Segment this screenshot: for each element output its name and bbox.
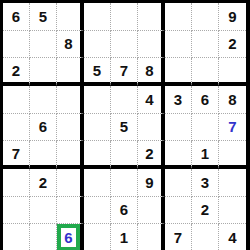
sudoku-cell-r9c1[interactable]: [3, 224, 30, 250]
sudoku-cell-r8c6[interactable]: [138, 197, 165, 225]
sudoku-cell-r7c4[interactable]: [84, 169, 111, 197]
sudoku-cell-r8c9[interactable]: [219, 197, 246, 225]
sudoku-cell-r8c2[interactable]: [30, 197, 57, 225]
sudoku-cell-r6c4[interactable]: [84, 141, 111, 169]
sudoku-cell-r2c5[interactable]: [111, 31, 138, 59]
sudoku-cell-r3c8[interactable]: [192, 58, 219, 86]
sudoku-cell-r5c1[interactable]: [3, 114, 30, 142]
sudoku-cell-r9c2[interactable]: [30, 224, 57, 250]
sudoku-cell-r6c8[interactable]: 1: [192, 141, 219, 169]
sudoku-cell-r4c3[interactable]: [57, 86, 84, 114]
sudoku-cell-r2c2[interactable]: [30, 31, 57, 59]
sudoku-cell-r5c5[interactable]: 5: [111, 114, 138, 142]
sudoku-cell-r3c2[interactable]: [30, 58, 57, 86]
sudoku-cell-r9c3[interactable]: 6: [57, 224, 84, 250]
sudoku-cell-r8c1[interactable]: [3, 197, 30, 225]
sudoku-cell-r7c1[interactable]: [3, 169, 30, 197]
sudoku-cell-r2c4[interactable]: [84, 31, 111, 59]
sudoku-board: 6598225784368657721293626174: [0, 0, 250, 250]
sudoku-cell-r2c7[interactable]: [165, 31, 192, 59]
sudoku-cell-r7c3[interactable]: [57, 169, 84, 197]
sudoku-cell-r1c1[interactable]: 6: [3, 3, 30, 31]
sudoku-cell-r1c9[interactable]: 9: [219, 3, 246, 31]
sudoku-cell-r1c2[interactable]: 5: [30, 3, 57, 31]
sudoku-cell-r2c3[interactable]: 8: [57, 31, 84, 59]
sudoku-cell-r2c8[interactable]: [192, 31, 219, 59]
sudoku-cell-r9c6[interactable]: [138, 224, 165, 250]
sudoku-cell-r6c2[interactable]: [30, 141, 57, 169]
sudoku-cell-r9c5[interactable]: 1: [111, 224, 138, 250]
sudoku-cell-r8c4[interactable]: [84, 197, 111, 225]
sudoku-cell-r4c8[interactable]: 6: [192, 86, 219, 114]
sudoku-cell-r1c6[interactable]: [138, 3, 165, 31]
sudoku-cell-r7c9[interactable]: [219, 169, 246, 197]
sudoku-cell-r3c3[interactable]: [57, 58, 84, 86]
sudoku-cell-r4c2[interactable]: [30, 86, 57, 114]
sudoku-cell-r9c8[interactable]: [192, 224, 219, 250]
sudoku-cell-r3c9[interactable]: [219, 58, 246, 86]
sudoku-cell-r2c9[interactable]: 2: [219, 31, 246, 59]
sudoku-cell-r4c4[interactable]: [84, 86, 111, 114]
sudoku-cell-r5c4[interactable]: [84, 114, 111, 142]
sudoku-cell-r1c5[interactable]: [111, 3, 138, 31]
sudoku-cell-r7c2[interactable]: 2: [30, 169, 57, 197]
sudoku-cell-r2c6[interactable]: [138, 31, 165, 59]
sudoku-cell-r3c5[interactable]: 7: [111, 58, 138, 86]
sudoku-cell-r3c6[interactable]: 8: [138, 58, 165, 86]
sudoku-cell-r6c3[interactable]: [57, 141, 84, 169]
sudoku-cell-r1c3[interactable]: [57, 3, 84, 31]
sudoku-cell-r9c9[interactable]: 4: [219, 224, 246, 250]
sudoku-cell-r4c5[interactable]: [111, 86, 138, 114]
sudoku-cell-r8c5[interactable]: 6: [111, 197, 138, 225]
sudoku-cell-r5c7[interactable]: [165, 114, 192, 142]
sudoku-cell-r6c7[interactable]: [165, 141, 192, 169]
sudoku-cell-r6c5[interactable]: [111, 141, 138, 169]
sudoku-cell-r9c4[interactable]: [84, 224, 111, 250]
sudoku-cell-r3c1[interactable]: 2: [3, 58, 30, 86]
sudoku-cell-r5c8[interactable]: [192, 114, 219, 142]
sudoku-cell-r4c9[interactable]: 8: [219, 86, 246, 114]
sudoku-cell-r3c4[interactable]: 5: [84, 58, 111, 86]
sudoku-cell-r6c9[interactable]: [219, 141, 246, 169]
sudoku-cell-r4c6[interactable]: 4: [138, 86, 165, 114]
sudoku-cell-r7c8[interactable]: 3: [192, 169, 219, 197]
sudoku-cell-r6c6[interactable]: 2: [138, 141, 165, 169]
sudoku-cell-r1c4[interactable]: [84, 3, 111, 31]
sudoku-cell-r2c1[interactable]: [3, 31, 30, 59]
sudoku-cell-r4c7[interactable]: 3: [165, 86, 192, 114]
sudoku-cell-r5c9[interactable]: 7: [219, 114, 246, 142]
sudoku-cell-r5c6[interactable]: [138, 114, 165, 142]
sudoku-cell-r7c6[interactable]: 9: [138, 169, 165, 197]
sudoku-cell-r8c3[interactable]: [57, 197, 84, 225]
sudoku-cell-r1c8[interactable]: [192, 3, 219, 31]
sudoku-cell-r4c1[interactable]: [3, 86, 30, 114]
sudoku-cell-r9c7[interactable]: 7: [165, 224, 192, 250]
sudoku-cell-r5c3[interactable]: [57, 114, 84, 142]
sudoku-cell-r6c1[interactable]: 7: [3, 141, 30, 169]
sudoku-cell-r1c7[interactable]: [165, 3, 192, 31]
sudoku-cell-r5c2[interactable]: 6: [30, 114, 57, 142]
sudoku-cell-r7c7[interactable]: [165, 169, 192, 197]
sudoku-cell-r3c7[interactable]: [165, 58, 192, 86]
sudoku-cell-r8c8[interactable]: 2: [192, 197, 219, 225]
sudoku-app: 6598225784368657721293626174: [0, 0, 250, 250]
sudoku-cell-r7c5[interactable]: [111, 169, 138, 197]
sudoku-cell-r8c7[interactable]: [165, 197, 192, 225]
